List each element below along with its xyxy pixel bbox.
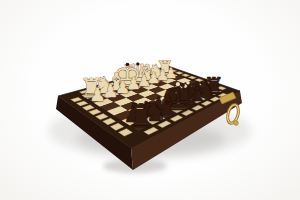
piece-finial-accent [176,82,180,86]
piece-white-pawn-h2: ♟ [89,84,106,105]
chess-set-photo: ♜♟♞♟♝♟♛♟♚♟♝♟♟♞♜♟♟♜♞♟♟♝♟♛♟♚♟♝♟♞♟♜ [0,0,300,200]
brass-clasp-knob [234,121,239,126]
piece-black-rook-h8: ♜ [127,97,156,135]
piece-finial-accent [126,63,129,66]
product-photo: ♜♟♞♟♝♟♛♟♚♟♝♟♟♞♜♟♟♜♞♟♟♝♟♛♟♚♟♝♟♞♟♜ [0,0,300,200]
